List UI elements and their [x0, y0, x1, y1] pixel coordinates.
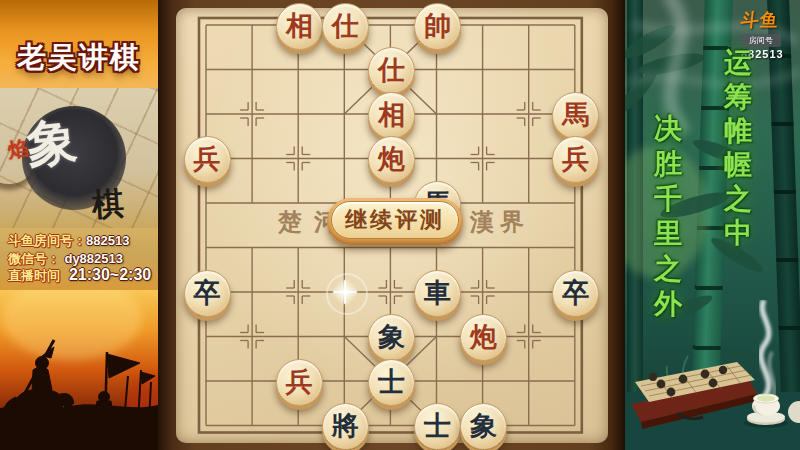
slogan-char: 外 [654, 285, 682, 323]
wechat-value: dy882513 [64, 251, 123, 266]
slogan-char: 千 [654, 180, 682, 218]
xiangqi-board-section: 楚河 漢界 相仕帥仕相馬兵炮兵馬卒車卒象炮兵士將士象 继续评测 [158, 0, 625, 450]
piece-士-black[interactable]: 士 [368, 359, 415, 406]
channel-title: 老吴讲棋 [0, 38, 158, 78]
slogan-char: 胜 [654, 145, 682, 183]
slogan-char: 决 [654, 110, 682, 148]
piece-glyph: 仕 [378, 56, 405, 83]
piece-士-black[interactable]: 士 [414, 403, 461, 450]
piece-glyph: 帥 [424, 12, 451, 39]
piece-兵-red[interactable]: 兵 [184, 136, 231, 183]
piece-象-black[interactable]: 象 [460, 403, 507, 450]
piece-glyph: 炮 [470, 323, 497, 350]
piece-車-black[interactable]: 車 [414, 270, 461, 317]
piece-glyph: 卒 [194, 279, 221, 306]
slogan-char: 帷 [724, 112, 752, 150]
piece-卒-black[interactable]: 卒 [184, 270, 231, 317]
schedule-label: 直播时间 [8, 268, 60, 283]
piece-glyph: 相 [286, 12, 313, 39]
slogan-char: 运 [724, 44, 752, 82]
schedule-value: 21:30~2:30 [69, 266, 151, 283]
piece-glyph: 馬 [562, 101, 589, 128]
piece-仕-red[interactable]: 仕 [368, 47, 415, 94]
piece-馬-red[interactable]: 馬 [552, 92, 599, 139]
piece-glyph: 象 [378, 323, 405, 350]
move-sparkle [332, 279, 358, 305]
room-number-value: 882513 [86, 233, 129, 248]
wechat-label: 微信号： [8, 251, 60, 266]
right-overlay-panel: 斗鱼 房间号 882513 运筹帷幄之中决胜千里之外 [625, 0, 800, 450]
slogan-char: 之 [724, 180, 752, 218]
piece-glyph: 士 [378, 368, 405, 395]
piece-glyph: 士 [424, 412, 451, 439]
piece-帥-red[interactable]: 帥 [414, 3, 461, 50]
slogan-char: 中 [724, 214, 752, 252]
continue-evaluation-button[interactable]: 继续评测 [327, 198, 463, 245]
piece-兵-red[interactable]: 兵 [552, 136, 599, 183]
slogan-char: 筹 [724, 78, 752, 116]
schedule-line: 直播时间 21:30~2:30 [8, 266, 151, 285]
slogan-char: 之 [654, 250, 682, 288]
douyu-brand-logo: 斗鱼 [740, 8, 799, 32]
piece-glyph: 車 [424, 279, 451, 306]
slogan-char: 幄 [724, 146, 752, 184]
left-overlay-panel: 老吴讲棋 象 棋 焰 斗鱼房间号：882513 微信号： dy882513 直播… [0, 0, 158, 450]
slogan-char: 里 [654, 215, 682, 253]
piece-glyph: 相 [378, 101, 405, 128]
piece-將-black[interactable]: 將 [322, 403, 369, 450]
piece-相-red[interactable]: 相 [368, 92, 415, 139]
room-number-label: 斗鱼房间号： [8, 233, 86, 248]
piece-卒-black[interactable]: 卒 [552, 270, 599, 317]
contact-info-section: 斗鱼房间号：882513 微信号： dy882513 直播时间 21:30~2:… [0, 228, 158, 290]
piece-象-black[interactable]: 象 [368, 314, 415, 361]
piece-兵-red[interactable]: 兵 [276, 359, 323, 406]
piece-glyph: 卒 [562, 279, 589, 306]
battle-scene-art [0, 290, 158, 450]
piece-glyph: 將 [332, 412, 359, 439]
piece-仕-red[interactable]: 仕 [322, 3, 369, 50]
continue-evaluation-label: 继续评测 [331, 201, 459, 239]
piece-glyph: 兵 [286, 368, 313, 395]
piece-相-red[interactable]: 相 [276, 3, 323, 50]
piece-glyph: 仕 [332, 12, 359, 39]
piece-炮-red[interactable]: 炮 [460, 314, 507, 361]
piece-glyph: 炮 [378, 145, 405, 172]
piece-glyph: 兵 [562, 145, 589, 172]
tea-and-board-scene [625, 300, 800, 450]
qi-character: 棋 [91, 182, 126, 228]
river-text-right: 漢界 [470, 206, 530, 238]
seal-character: 焰 [6, 135, 30, 165]
piece-glyph: 象 [470, 412, 497, 439]
piece-炮-red[interactable]: 炮 [368, 136, 415, 183]
piece-glyph: 兵 [194, 145, 221, 172]
room-number-line: 斗鱼房间号：882513 [8, 231, 129, 250]
stream-screenshot: 老吴讲棋 象 棋 焰 斗鱼房间号：882513 微信号： dy882513 直播… [0, 0, 800, 450]
ink-art-section: 象 棋 焰 [0, 88, 158, 228]
